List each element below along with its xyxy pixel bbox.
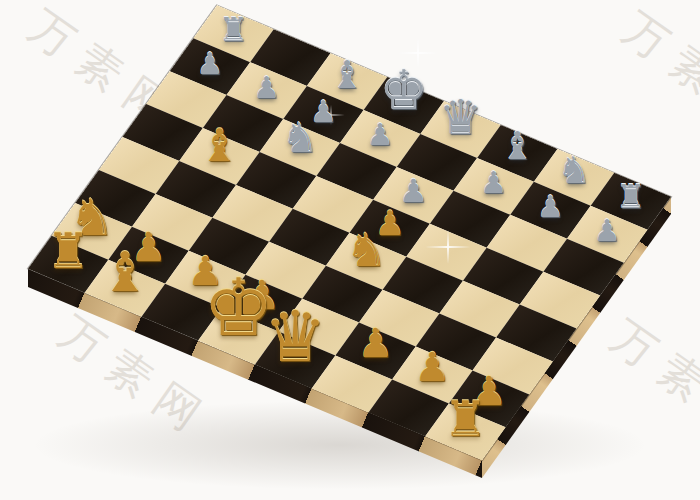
chess-photo-scene: 万素网 万素网 万素网 万素网 ♜♝♚♛♜♞♟♟♟♟♟♟♞♝♟♟♞♟♟♟♟♟♟♟… (0, 0, 700, 500)
piece-black-rook-h8[interactable]: ♜ (586, 180, 676, 213)
watermark-top-right: 万素网 (611, 0, 700, 148)
piece-white-rook-h1[interactable]: ♜ (420, 395, 510, 444)
piece-black-knight-c6[interactable]: ♞ (255, 118, 345, 159)
piece-white-bishop-b5[interactable]: ♝ (174, 123, 264, 168)
piece-white-bishop-b1[interactable]: ♝ (80, 245, 170, 300)
piece-black-pawn-d7[interactable]: ♟ (335, 120, 425, 150)
piece-black-rook-a8[interactable]: ♜ (189, 13, 279, 46)
piece-white-queen-e1[interactable]: ♛ (250, 302, 340, 372)
piece-black-pawn-h7[interactable]: ♟ (562, 216, 652, 246)
piece-white-knight-e4[interactable]: ♞ (321, 227, 411, 273)
